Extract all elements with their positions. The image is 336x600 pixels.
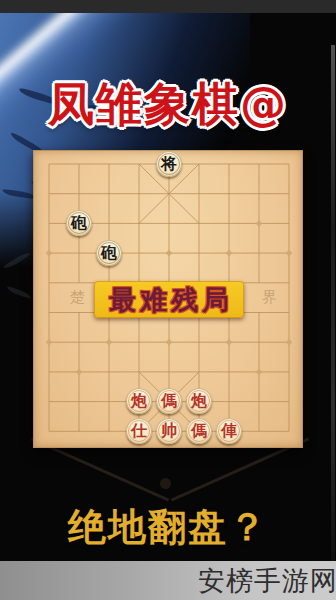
status-bar bbox=[0, 0, 336, 13]
app-screen: 凤雏象棋@ 楚 河汉 界 将砲砲炮傌炮仕帅傌俥 最难残局 绝地翻盘？ 安榜手游网 bbox=[0, 0, 336, 600]
endgame-banner: 最难残局 bbox=[94, 281, 244, 318]
piece-black-file3-rank7[interactable]: 砲 bbox=[96, 240, 122, 266]
screen-edge-artifact bbox=[331, 45, 335, 565]
bottom-caption: 绝地翻盘？ bbox=[0, 502, 336, 553]
watermark-band: 安榜手游网 bbox=[0, 561, 336, 600]
piece-black-file2-rank8[interactable]: 砲 bbox=[66, 210, 92, 236]
bamboo-leaf-icon bbox=[2, 188, 37, 200]
piece-red-file6-rank2[interactable]: 炮 bbox=[186, 388, 212, 414]
piece-red-file7-rank1[interactable]: 俥 bbox=[216, 418, 242, 444]
bamboo-leaf-icon bbox=[6, 285, 32, 299]
piece-black-file5-rank10[interactable]: 将 bbox=[156, 151, 182, 177]
piece-red-file4-rank2[interactable]: 炮 bbox=[126, 388, 152, 414]
silhouette-decor bbox=[160, 478, 171, 489]
watermark-text: 安榜手游网 bbox=[198, 563, 336, 599]
piece-red-file6-rank1[interactable]: 傌 bbox=[186, 418, 212, 444]
endgame-banner-label: 最难残局 bbox=[109, 282, 233, 318]
piece-red-file4-rank1[interactable]: 仕 bbox=[126, 418, 152, 444]
piece-red-file5-rank2[interactable]: 傌 bbox=[156, 388, 182, 414]
piece-red-file5-rank1[interactable]: 帅 bbox=[156, 418, 182, 444]
app-title: 凤雏象棋@ bbox=[0, 74, 336, 136]
